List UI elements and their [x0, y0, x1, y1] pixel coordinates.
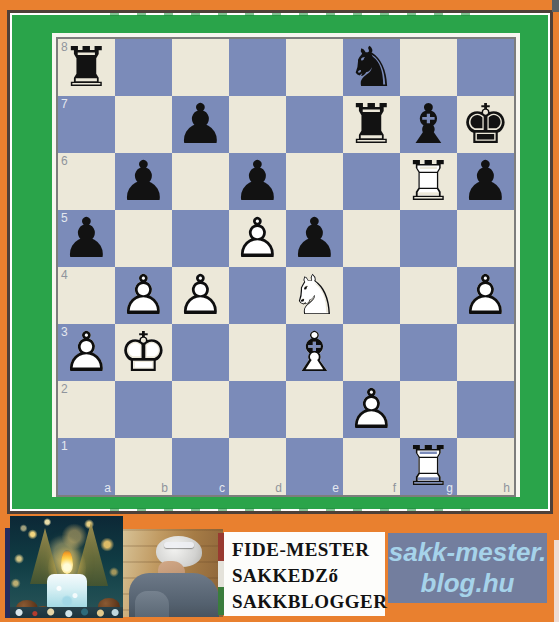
right-edge-strip [554, 540, 559, 622]
square-g6: ♜♖ [400, 153, 457, 210]
man-arm [135, 591, 169, 617]
square-e5: ♟ [286, 210, 343, 267]
chess-master-photo [123, 529, 223, 617]
banner-title-line-1: FIDE-MESTER [232, 537, 385, 563]
rank-label-6: 6 [61, 154, 68, 168]
square-f8: ♞ [343, 39, 400, 96]
square-g5 [400, 210, 457, 267]
square-f3 [343, 324, 400, 381]
square-b1: b [115, 438, 172, 495]
square-f1: f [343, 438, 400, 495]
square-h8 [457, 39, 514, 96]
square-c7: ♟ [172, 96, 229, 153]
square-e3: ♝♗ [286, 324, 343, 381]
rank-label-4: 4 [61, 268, 68, 282]
black-king-h7: ♚ [457, 96, 514, 153]
square-c8 [172, 39, 229, 96]
chess-board: 8♜♞7♟♜♝♚6♟♟♜♖♟5♟♟♙♟4♟♙♟♙♞♘♟♙3♟♙♚♔♝♗2♟♙1a… [56, 37, 516, 497]
square-e8 [286, 39, 343, 96]
black-pawn-b6: ♟ [115, 153, 172, 210]
square-c3 [172, 324, 229, 381]
file-label-d: d [275, 481, 282, 495]
glasses-icon [164, 542, 194, 548]
square-f6 [343, 153, 400, 210]
square-g4 [400, 267, 457, 324]
square-d8 [229, 39, 286, 96]
white-pawn-f2: ♟♙ [343, 381, 400, 438]
white-pawn-c4: ♟♙ [172, 267, 229, 324]
rank-label-7: 7 [61, 97, 68, 111]
file-label-g: g [446, 481, 453, 495]
square-b2 [115, 381, 172, 438]
square-a4: 4 [58, 267, 115, 324]
black-rook-f7: ♜ [343, 96, 400, 153]
black-pawn-h6: ♟ [457, 153, 514, 210]
square-e4: ♞♘ [286, 267, 343, 324]
banner-title-box: FIDE-MESTER SAKKEDZő SAKKBLOGGER [224, 532, 385, 616]
blog-url-line-1: sakk-mester. [389, 537, 547, 568]
square-a2: 2 [58, 381, 115, 438]
white-king-b3: ♚♔ [115, 324, 172, 381]
chess-puzzle-diagram: 8♜♞7♟♜♝♚6♟♟♜♖♟5♟♟♙♟4♟♙♟♙♞♘♟♙3♟♙♚♔♝♗2♟♙1a… [0, 0, 559, 622]
square-f7: ♜ [343, 96, 400, 153]
square-g8 [400, 39, 457, 96]
square-f2: ♟♙ [343, 381, 400, 438]
white-knight-e4: ♞♘ [286, 267, 343, 324]
square-h7: ♚ [457, 96, 514, 153]
square-c5 [172, 210, 229, 267]
square-a3: 3♟♙ [58, 324, 115, 381]
file-label-e: e [332, 481, 339, 495]
square-g2 [400, 381, 457, 438]
black-pawn-c7: ♟ [172, 96, 229, 153]
black-knight-f8: ♞ [343, 39, 400, 96]
blog-url-line-2: blog.hu [421, 568, 515, 599]
square-c2 [172, 381, 229, 438]
square-d4 [229, 267, 286, 324]
white-pawn-d5: ♟♙ [229, 210, 286, 267]
black-pawn-e5: ♟ [286, 210, 343, 267]
square-d5: ♟♙ [229, 210, 286, 267]
square-a6: 6 [58, 153, 115, 210]
top-edge-artifact [110, 13, 470, 16]
square-h3 [457, 324, 514, 381]
file-label-c: c [219, 481, 225, 495]
square-a8: 8♜ [58, 39, 115, 96]
bottom-edge-artifact [110, 508, 470, 511]
square-h5 [457, 210, 514, 267]
square-h2 [457, 381, 514, 438]
white-bishop-e3: ♝♗ [286, 324, 343, 381]
candle-flame-icon [61, 550, 73, 574]
black-bishop-g7: ♝ [400, 96, 457, 153]
square-c6 [172, 153, 229, 210]
square-e2 [286, 381, 343, 438]
square-d6: ♟ [229, 153, 286, 210]
square-h6: ♟ [457, 153, 514, 210]
file-label-a: a [104, 481, 111, 495]
square-d1: d [229, 438, 286, 495]
white-pawn-h4: ♟♙ [457, 267, 514, 324]
white-pawn-b4: ♟♙ [115, 267, 172, 324]
banner-title-line-2: SAKKEDZő [232, 563, 385, 589]
blog-url-box[interactable]: sakk-mester. blog.hu [388, 533, 547, 603]
decoration-pebbles [10, 607, 123, 618]
square-d2 [229, 381, 286, 438]
square-e1: e [286, 438, 343, 495]
rank-label-3: 3 [61, 325, 68, 339]
white-rook-g6: ♜♖ [400, 153, 457, 210]
square-b8 [115, 39, 172, 96]
christmas-candle-photo [10, 516, 123, 618]
square-d7 [229, 96, 286, 153]
square-f5 [343, 210, 400, 267]
square-g7: ♝ [400, 96, 457, 153]
rank-label-1: 1 [61, 439, 68, 453]
square-b6: ♟ [115, 153, 172, 210]
file-label-f: f [393, 481, 396, 495]
square-b5 [115, 210, 172, 267]
square-c1: c [172, 438, 229, 495]
square-e7 [286, 96, 343, 153]
square-g1: g♜♖ [400, 438, 457, 495]
file-label-b: b [161, 481, 168, 495]
square-b7 [115, 96, 172, 153]
rank-label-2: 2 [61, 382, 68, 396]
square-h4: ♟♙ [457, 267, 514, 324]
square-b3: ♚♔ [115, 324, 172, 381]
rank-label-5: 5 [61, 211, 68, 225]
square-a7: 7 [58, 96, 115, 153]
top-right-corner-artifact [552, 0, 559, 12]
square-e6 [286, 153, 343, 210]
square-c4: ♟♙ [172, 267, 229, 324]
square-g3 [400, 324, 457, 381]
square-a1: 1a [58, 438, 115, 495]
candle-icon [47, 574, 87, 610]
square-f4 [343, 267, 400, 324]
file-label-h: h [503, 481, 510, 495]
square-a5: 5♟ [58, 210, 115, 267]
square-h1: h [457, 438, 514, 495]
rank-label-8: 8 [61, 40, 68, 54]
square-d3 [229, 324, 286, 381]
square-b4: ♟♙ [115, 267, 172, 324]
black-pawn-d6: ♟ [229, 153, 286, 210]
banner-title-line-3: SAKKBLOGGER [232, 589, 385, 615]
